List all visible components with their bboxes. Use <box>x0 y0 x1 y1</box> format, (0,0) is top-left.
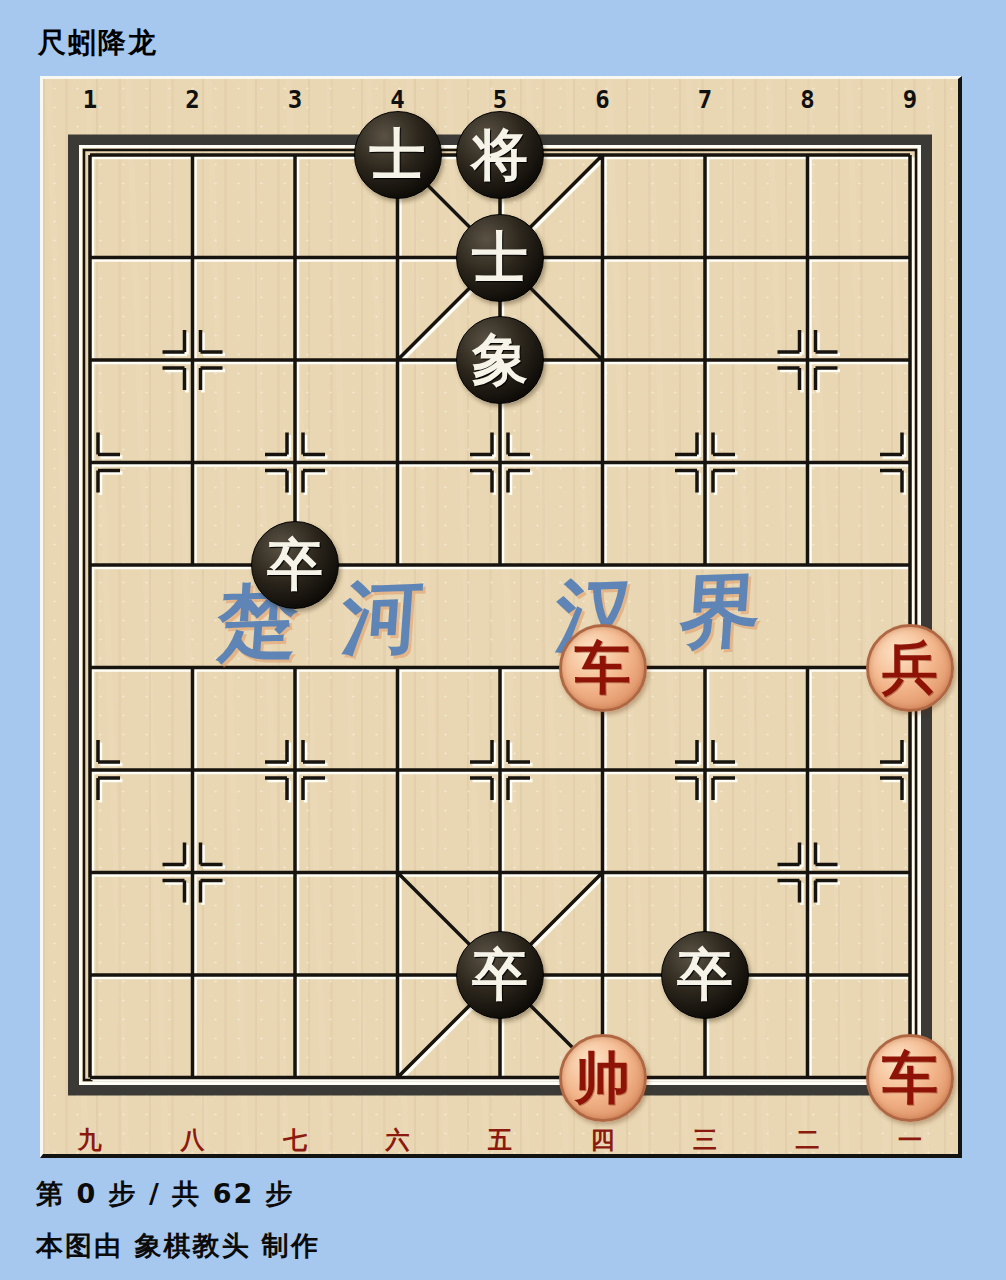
piece-glyph: 卒 <box>472 947 528 1003</box>
piece-glyph: 帅 <box>575 1050 631 1106</box>
piece-glyph: 士 <box>472 230 528 286</box>
piece-black-士-f5r2[interactable]: 士 <box>456 214 544 302</box>
xiangqi-diagram-viewer: 尺蚓降龙 123456789 九八七六五四三二一 楚河 汉界 士将士象卒车兵卒卒… <box>0 0 1006 1280</box>
piece-glyph: 兵 <box>882 640 938 696</box>
piece-red-车-f9r10[interactable]: 车 <box>866 1034 954 1122</box>
piece-red-兵-f9r6[interactable]: 兵 <box>866 624 954 712</box>
piece-glyph: 车 <box>575 640 631 696</box>
piece-black-象-f5r3[interactable]: 象 <box>456 316 544 404</box>
piece-glyph: 象 <box>472 332 528 388</box>
piece-black-士-f4r1[interactable]: 士 <box>354 111 442 199</box>
piece-black-卒-f5r9[interactable]: 卒 <box>456 931 544 1019</box>
piece-glyph: 卒 <box>267 537 323 593</box>
pieces-layer: 士将士象卒车兵卒卒帅车 <box>0 0 1006 1280</box>
piece-black-将-f5r1[interactable]: 将 <box>456 111 544 199</box>
piece-black-卒-f7r9[interactable]: 卒 <box>661 931 749 1019</box>
piece-red-帅-f6r10[interactable]: 帅 <box>559 1034 647 1122</box>
piece-red-车-f6r6[interactable]: 车 <box>559 624 647 712</box>
piece-glyph: 车 <box>882 1050 938 1106</box>
piece-glyph: 士 <box>370 127 426 183</box>
piece-glyph: 卒 <box>677 947 733 1003</box>
piece-glyph: 将 <box>472 127 528 183</box>
piece-black-卒-f3r5[interactable]: 卒 <box>251 521 339 609</box>
